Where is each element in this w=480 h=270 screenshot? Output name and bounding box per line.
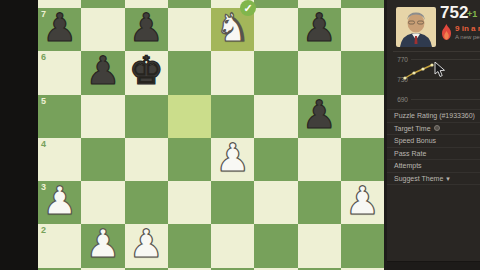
menu-item-attempts[interactable]: Attempts — [387, 160, 480, 173]
black-pawn[interactable]: ♟ — [298, 6, 341, 49]
streak-subtext: A new personal best! — [455, 34, 480, 40]
square-b3[interactable] — [81, 181, 124, 224]
square-h8[interactable] — [341, 0, 384, 8]
square-e6[interactable] — [211, 51, 254, 94]
streak-count: 9 in a row — [455, 24, 480, 33]
rank-label-4: 4 — [41, 139, 46, 149]
menu-item-target-time[interactable]: Target Time — [387, 123, 480, 136]
black-pawn[interactable]: ♟ — [298, 93, 341, 136]
square-a6[interactable]: 6 — [38, 51, 81, 94]
square-a5[interactable]: 5 — [38, 95, 81, 138]
square-e4[interactable]: ♟ — [211, 138, 254, 181]
chess-board[interactable]: 87♟♟♞♟6♟♚5♟4♟3♟♟2♟♟1♚ — [38, 0, 384, 270]
square-d2[interactable] — [168, 224, 211, 267]
white-pawn[interactable]: ♟ — [81, 222, 124, 265]
menu-item-label: Target Time — [394, 125, 431, 132]
square-d4[interactable] — [168, 138, 211, 181]
white-pawn[interactable]: ♟ — [341, 179, 384, 222]
square-f7[interactable] — [254, 8, 297, 51]
square-c7[interactable]: ♟ — [125, 8, 168, 51]
square-f8[interactable] — [254, 0, 297, 8]
square-f4[interactable] — [254, 138, 297, 181]
square-e5[interactable] — [211, 95, 254, 138]
puzzle-rating-value: 752 — [440, 3, 468, 23]
rank-label-6: 6 — [41, 52, 46, 62]
square-b8[interactable] — [81, 0, 124, 8]
square-g6[interactable] — [298, 51, 341, 94]
square-b6[interactable]: ♟ — [81, 51, 124, 94]
menu-item-speed-bonus[interactable]: Speed Bonus — [387, 135, 480, 148]
square-f6[interactable] — [254, 51, 297, 94]
puzzle-info-menu: Puzzle Rating (#1933360)Target TimeSpeed… — [387, 109, 480, 185]
menu-item-puzzle-rating-1933360[interactable]: Puzzle Rating (#1933360) — [387, 110, 480, 123]
menu-item-label: Pass Rate — [394, 150, 426, 157]
sidebar-footer — [387, 261, 480, 270]
square-h5[interactable] — [341, 95, 384, 138]
square-a3[interactable]: 3♟ — [38, 181, 81, 224]
divider — [393, 51, 480, 52]
square-d7[interactable] — [168, 8, 211, 51]
square-c4[interactable] — [125, 138, 168, 181]
menu-item-pass-rate[interactable]: Pass Rate — [387, 148, 480, 161]
square-d3[interactable] — [168, 181, 211, 224]
square-f5[interactable] — [254, 95, 297, 138]
square-b7[interactable] — [81, 8, 124, 51]
menu-item-label: Attempts — [394, 162, 422, 169]
streak-flame-icon — [440, 24, 453, 41]
black-pawn[interactable]: ♟ — [81, 49, 124, 92]
white-pawn[interactable]: ♟ — [38, 179, 81, 222]
square-g3[interactable] — [298, 181, 341, 224]
white-pawn[interactable]: ♟ — [125, 222, 168, 265]
square-g4[interactable] — [298, 138, 341, 181]
square-g7[interactable]: ♟ — [298, 8, 341, 51]
square-c3[interactable] — [125, 181, 168, 224]
square-h7[interactable] — [341, 8, 384, 51]
rating-delta: +1 — [467, 9, 477, 19]
square-c5[interactable] — [125, 95, 168, 138]
correct-move-check-icon: ✓ — [240, 0, 256, 16]
square-h4[interactable] — [341, 138, 384, 181]
menu-item-label: Suggest Theme — [394, 175, 443, 182]
rank-label-2: 2 — [41, 225, 46, 235]
square-c6[interactable]: ♚ — [125, 51, 168, 94]
white-pawn[interactable]: ♟ — [211, 136, 254, 179]
black-pawn[interactable]: ♟ — [125, 6, 168, 49]
avatar[interactable] — [396, 7, 436, 47]
square-a7[interactable]: 7♟ — [38, 8, 81, 51]
chevron-down-icon: ▾ — [446, 175, 450, 182]
square-c2[interactable]: ♟ — [125, 224, 168, 267]
menu-item-label: Speed Bonus — [394, 137, 436, 144]
square-b4[interactable] — [81, 138, 124, 181]
info-icon[interactable] — [434, 125, 440, 131]
square-f3[interactable] — [254, 181, 297, 224]
menu-item-suggest-theme[interactable]: Suggest Theme▾ — [387, 173, 480, 186]
square-d5[interactable] — [168, 95, 211, 138]
black-pawn[interactable]: ♟ — [38, 6, 81, 49]
square-b2[interactable]: ♟ — [81, 224, 124, 267]
puzzle-sidebar: 752 +1 9 in a row A new personal best! 7… — [384, 0, 480, 270]
square-a2[interactable]: 2 — [38, 224, 81, 267]
square-d8[interactable] — [168, 0, 211, 8]
square-f2[interactable] — [254, 224, 297, 267]
square-d6[interactable] — [168, 51, 211, 94]
menu-item-label: Puzzle Rating (#1933360) — [394, 112, 475, 119]
square-h2[interactable] — [341, 224, 384, 267]
square-g5[interactable]: ♟ — [298, 95, 341, 138]
square-e3[interactable] — [211, 181, 254, 224]
square-b5[interactable] — [81, 95, 124, 138]
square-g2[interactable] — [298, 224, 341, 267]
mouse-cursor — [434, 62, 446, 78]
black-king[interactable]: ♚ — [125, 49, 168, 92]
white-king[interactable]: ♚ — [81, 266, 124, 270]
square-h3[interactable]: ♟ — [341, 181, 384, 224]
square-a4[interactable]: 4 — [38, 138, 81, 181]
square-e2[interactable] — [211, 224, 254, 267]
square-h6[interactable] — [341, 51, 384, 94]
rank-label-5: 5 — [41, 96, 46, 106]
